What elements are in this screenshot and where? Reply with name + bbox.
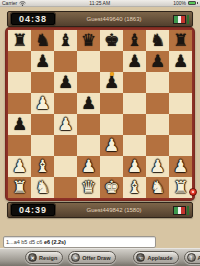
turn-indicator-knob bbox=[189, 188, 197, 196]
piece-bP-h7: ♟ bbox=[169, 51, 192, 72]
move-list-text: 1...a4 b5 d5 c6 bbox=[6, 239, 44, 245]
battery-percent: 100% bbox=[173, 0, 186, 6]
player-bar: 04:39 Guest449842 (1580) bbox=[7, 202, 193, 218]
square-d2[interactable]: ♟ bbox=[77, 156, 100, 177]
player-connection-indicator bbox=[187, 206, 189, 215]
resign-label: Resign bbox=[39, 255, 57, 261]
piece-bP-b7: ♟ bbox=[31, 51, 54, 72]
square-f5[interactable] bbox=[123, 93, 146, 114]
piece-bK-e8: ♚ bbox=[100, 30, 123, 51]
piece-bQ-d8: ♛ bbox=[77, 30, 100, 51]
piece-wR-a1: ♜ bbox=[8, 177, 31, 198]
piece-wP-f2: ♟ bbox=[123, 156, 146, 177]
move-list-field[interactable]: 1...a4 b5 d5 c6 e6 (2.2s) bbox=[3, 236, 156, 248]
arbiter-button[interactable]: ! Arbiter bbox=[184, 251, 200, 264]
square-h8[interactable]: ♜ bbox=[169, 30, 192, 51]
resign-icon: ✕ bbox=[28, 253, 37, 262]
piece-wB-b2: ♝ bbox=[31, 156, 54, 177]
applaud-label: Applaude bbox=[147, 255, 172, 261]
square-d4[interactable] bbox=[77, 114, 100, 135]
square-c8[interactable]: ♝ bbox=[54, 30, 77, 51]
square-c3[interactable] bbox=[54, 135, 77, 156]
square-b2[interactable]: ♝ bbox=[31, 156, 54, 177]
app-screen: Carrier 11:25 AM 100% 04:38 Guest449640 … bbox=[0, 0, 200, 266]
square-d8[interactable]: ♛ bbox=[77, 30, 100, 51]
opponent-bar: 04:38 Guest449640 (1863) bbox=[7, 11, 193, 27]
square-f4[interactable] bbox=[123, 114, 146, 135]
square-e7[interactable] bbox=[100, 51, 123, 72]
square-h5[interactable] bbox=[169, 93, 192, 114]
opponent-clock: 04:38 bbox=[11, 13, 55, 25]
piece-wP-a2: ♟ bbox=[8, 156, 31, 177]
square-g1[interactable]: ♞ bbox=[146, 177, 169, 198]
square-g6[interactable] bbox=[146, 72, 169, 93]
piece-wP-c4: ♟ bbox=[54, 114, 77, 135]
piece-bB-f8: ♝ bbox=[123, 30, 146, 51]
player-flag-italy-icon bbox=[173, 206, 186, 215]
square-b5[interactable]: ♟ bbox=[31, 93, 54, 114]
status-bar: Carrier 11:25 AM 100% bbox=[0, 0, 200, 7]
square-b8[interactable]: ♞ bbox=[31, 30, 54, 51]
piece-bP-a4: ♟ bbox=[8, 114, 31, 135]
status-time: 11:25 AM bbox=[89, 0, 110, 6]
piece-bR-a8: ♜ bbox=[8, 30, 31, 51]
square-a5[interactable] bbox=[8, 93, 31, 114]
square-e1[interactable]: ♚ bbox=[100, 177, 123, 198]
square-d3[interactable] bbox=[77, 135, 100, 156]
square-g2[interactable]: ♟ bbox=[146, 156, 169, 177]
piece-bP-f7: ♟ bbox=[123, 51, 146, 72]
piece-wK-e1: ♚ bbox=[100, 177, 123, 198]
chess-board[interactable]: ♜♞♝♛♚♝♞♜♟♟♟♟♟♟♟♟♟♟♟♟♝♟♟♟♟♜♞♛♚♝♞♜ bbox=[8, 30, 192, 198]
square-f7[interactable]: ♟ bbox=[123, 51, 146, 72]
piece-wB-f1: ♝ bbox=[123, 177, 146, 198]
square-h1[interactable]: ♜ bbox=[169, 177, 192, 198]
square-b7[interactable]: ♟ bbox=[31, 51, 54, 72]
square-c4[interactable]: ♟ bbox=[54, 114, 77, 135]
square-e3[interactable]: ♟ bbox=[100, 135, 123, 156]
opponent-connection-indicator bbox=[187, 15, 189, 24]
square-d7[interactable] bbox=[77, 51, 100, 72]
square-f6[interactable] bbox=[123, 72, 146, 93]
square-d6[interactable] bbox=[77, 72, 100, 93]
square-a1[interactable]: ♜ bbox=[8, 177, 31, 198]
offer-draw-button[interactable]: = Offer Draw bbox=[68, 251, 116, 264]
last-move-marker bbox=[110, 72, 114, 76]
square-f8[interactable]: ♝ bbox=[123, 30, 146, 51]
piece-wN-g1: ♞ bbox=[146, 177, 169, 198]
applaud-button[interactable]: ☜ Applaude bbox=[133, 251, 178, 264]
square-b6[interactable] bbox=[31, 72, 54, 93]
piece-wP-b5: ♟ bbox=[31, 93, 54, 114]
piece-bR-h8: ♜ bbox=[169, 30, 192, 51]
piece-wP-h2: ♟ bbox=[169, 156, 192, 177]
square-g3[interactable] bbox=[146, 135, 169, 156]
square-a8[interactable]: ♜ bbox=[8, 30, 31, 51]
piece-bN-g8: ♞ bbox=[146, 30, 169, 51]
square-f3[interactable] bbox=[123, 135, 146, 156]
square-e5[interactable] bbox=[100, 93, 123, 114]
last-move-text: e6 (2.2s) bbox=[44, 239, 66, 245]
square-g8[interactable]: ♞ bbox=[146, 30, 169, 51]
offer-draw-icon: = bbox=[71, 253, 80, 262]
square-g4[interactable] bbox=[146, 114, 169, 135]
square-h7[interactable]: ♟ bbox=[169, 51, 192, 72]
board-frame: ♜♞♝♛♚♝♞♜♟♟♟♟♟♟♟♟♟♟♟♟♝♟♟♟♟♜♞♛♚♝♞♜ bbox=[5, 27, 195, 201]
piece-wP-e3: ♟ bbox=[100, 135, 123, 156]
square-c5[interactable] bbox=[54, 93, 77, 114]
square-e2[interactable] bbox=[100, 156, 123, 177]
square-a4[interactable]: ♟ bbox=[8, 114, 31, 135]
square-h4[interactable] bbox=[169, 114, 192, 135]
square-b1[interactable]: ♞ bbox=[31, 177, 54, 198]
offer-draw-label: Offer Draw bbox=[82, 255, 110, 261]
square-a7[interactable] bbox=[8, 51, 31, 72]
square-g7[interactable]: ♟ bbox=[146, 51, 169, 72]
piece-bB-c8: ♝ bbox=[54, 30, 77, 51]
square-c2[interactable] bbox=[54, 156, 77, 177]
square-b4[interactable] bbox=[31, 114, 54, 135]
square-h6[interactable] bbox=[169, 72, 192, 93]
square-d1[interactable]: ♛ bbox=[77, 177, 100, 198]
square-c1[interactable] bbox=[54, 177, 77, 198]
arbiter-label: Arbiter bbox=[198, 255, 200, 261]
square-c6[interactable]: ♟ bbox=[54, 72, 77, 93]
square-h2[interactable]: ♟ bbox=[169, 156, 192, 177]
applaud-icon: ☜ bbox=[136, 253, 145, 262]
square-a6[interactable] bbox=[8, 72, 31, 93]
square-f2[interactable]: ♟ bbox=[123, 156, 146, 177]
square-a2[interactable]: ♟ bbox=[8, 156, 31, 177]
bottom-toolbar: ✕ Resign = Offer Draw ☜ Applaude ! Arbit… bbox=[0, 248, 200, 266]
square-f1[interactable]: ♝ bbox=[123, 177, 146, 198]
battery-icon bbox=[188, 1, 198, 5]
player-name: Guest449842 (1580) bbox=[55, 207, 173, 213]
arbiter-icon: ! bbox=[187, 253, 196, 262]
opponent-flag-italy-icon bbox=[173, 15, 186, 24]
wifi-icon bbox=[19, 1, 26, 6]
square-e4[interactable] bbox=[100, 114, 123, 135]
piece-bP-c6: ♟ bbox=[54, 72, 77, 93]
piece-wQ-d1: ♛ bbox=[77, 177, 100, 198]
piece-wN-b1: ♞ bbox=[31, 177, 54, 198]
piece-wR-h1: ♜ bbox=[169, 177, 192, 198]
opponent-name: Guest449640 (1863) bbox=[55, 16, 173, 22]
square-e8[interactable]: ♚ bbox=[100, 30, 123, 51]
piece-bN-b8: ♞ bbox=[31, 30, 54, 51]
resign-button[interactable]: ✕ Resign bbox=[25, 251, 63, 264]
square-h3[interactable] bbox=[169, 135, 192, 156]
piece-bP-d5: ♟ bbox=[77, 93, 100, 114]
player-clock: 04:39 bbox=[11, 204, 55, 216]
square-g5[interactable] bbox=[146, 93, 169, 114]
piece-bP-g7: ♟ bbox=[146, 51, 169, 72]
piece-wP-g2: ♟ bbox=[146, 156, 169, 177]
square-b3[interactable] bbox=[31, 135, 54, 156]
square-e6[interactable]: ♟ bbox=[100, 72, 123, 93]
square-c7[interactable] bbox=[54, 51, 77, 72]
square-d5[interactable]: ♟ bbox=[77, 93, 100, 114]
piece-wP-d2: ♟ bbox=[77, 156, 100, 177]
square-a3[interactable] bbox=[8, 135, 31, 156]
carrier-label: Carrier bbox=[2, 0, 17, 6]
